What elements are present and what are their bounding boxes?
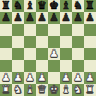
square-g4[interactable]	[72, 48, 84, 60]
square-h5[interactable]	[84, 36, 96, 48]
square-d8[interactable]: ♛	[36, 0, 48, 12]
square-a8[interactable]: ♜	[0, 0, 12, 12]
piece-white-pawn[interactable]: ♟	[13, 72, 23, 84]
piece-white-bishop[interactable]: ♝	[25, 84, 35, 96]
square-c3[interactable]	[24, 60, 36, 72]
piece-black-rook[interactable]: ♜	[1, 0, 11, 12]
square-d1[interactable]: ♛	[36, 84, 48, 96]
square-c4[interactable]	[24, 48, 36, 60]
piece-black-pawn[interactable]: ♟	[25, 12, 35, 24]
square-d3[interactable]	[36, 60, 48, 72]
square-f3[interactable]	[60, 60, 72, 72]
square-e2[interactable]	[48, 72, 60, 84]
square-c1[interactable]: ♝	[24, 84, 36, 96]
square-g8[interactable]: ♞	[72, 0, 84, 12]
piece-white-king[interactable]: ♚	[49, 84, 59, 96]
square-f6[interactable]	[60, 24, 72, 36]
piece-black-pawn[interactable]: ♟	[1, 12, 11, 24]
square-a6[interactable]	[0, 24, 12, 36]
square-g3[interactable]	[72, 60, 84, 72]
piece-white-pawn[interactable]: ♟	[37, 72, 47, 84]
square-c8[interactable]: ♝	[24, 0, 36, 12]
square-h2[interactable]: ♟	[84, 72, 96, 84]
square-g5[interactable]	[72, 36, 84, 48]
square-a4[interactable]	[0, 48, 12, 60]
square-f8[interactable]: ♝	[60, 0, 72, 12]
piece-white-pawn[interactable]: ♟	[73, 72, 83, 84]
piece-white-pawn[interactable]: ♟	[1, 72, 11, 84]
piece-black-pawn[interactable]: ♟	[13, 12, 23, 24]
piece-white-pawn[interactable]: ♟	[49, 48, 59, 60]
square-a1[interactable]: ♜	[0, 84, 12, 96]
square-b5[interactable]	[12, 36, 24, 48]
piece-black-pawn[interactable]: ♟	[85, 12, 95, 24]
square-d6[interactable]	[36, 24, 48, 36]
square-d5[interactable]	[36, 36, 48, 48]
square-g2[interactable]: ♟	[72, 72, 84, 84]
square-a2[interactable]: ♟	[0, 72, 12, 84]
square-f2[interactable]: ♟	[60, 72, 72, 84]
square-a7[interactable]: ♟	[0, 12, 12, 24]
piece-black-knight[interactable]: ♞	[73, 0, 83, 12]
piece-black-king[interactable]: ♚	[49, 0, 59, 12]
square-c2[interactable]: ♟	[24, 72, 36, 84]
piece-white-pawn[interactable]: ♟	[25, 72, 35, 84]
square-g6[interactable]	[72, 24, 84, 36]
square-b8[interactable]: ♞	[12, 0, 24, 12]
square-b6[interactable]	[12, 24, 24, 36]
piece-black-pawn[interactable]: ♟	[49, 12, 59, 24]
piece-black-rook[interactable]: ♜	[85, 0, 95, 12]
square-e5[interactable]	[48, 36, 60, 48]
chess-board: ♜♞♝♛♚♝♞♜♟♟♟♟♟♟♟♟♟♟♟♟♟♟♟♟♜♞♝♛♚♝♞♜	[0, 0, 96, 96]
piece-white-rook[interactable]: ♜	[1, 84, 11, 96]
square-b2[interactable]: ♟	[12, 72, 24, 84]
square-h8[interactable]: ♜	[84, 0, 96, 12]
square-b4[interactable]	[12, 48, 24, 60]
piece-black-queen[interactable]: ♛	[37, 0, 47, 12]
piece-black-bishop[interactable]: ♝	[25, 0, 35, 12]
piece-white-pawn[interactable]: ♟	[61, 72, 71, 84]
square-d4[interactable]	[36, 48, 48, 60]
square-h1[interactable]: ♜	[84, 84, 96, 96]
piece-black-pawn[interactable]: ♟	[61, 12, 71, 24]
piece-white-bishop[interactable]: ♝	[61, 84, 71, 96]
square-d7[interactable]: ♟	[36, 12, 48, 24]
square-b3[interactable]	[12, 60, 24, 72]
square-b7[interactable]: ♟	[12, 12, 24, 24]
square-f5[interactable]	[60, 36, 72, 48]
piece-white-knight[interactable]: ♞	[13, 84, 23, 96]
square-e7[interactable]: ♟	[48, 12, 60, 24]
square-c7[interactable]: ♟	[24, 12, 36, 24]
square-e1[interactable]: ♚	[48, 84, 60, 96]
square-f7[interactable]: ♟	[60, 12, 72, 24]
piece-white-knight[interactable]: ♞	[73, 84, 83, 96]
square-e6[interactable]	[48, 24, 60, 36]
square-c6[interactable]	[24, 24, 36, 36]
piece-black-knight[interactable]: ♞	[13, 0, 23, 12]
piece-black-bishop[interactable]: ♝	[61, 0, 71, 12]
square-h4[interactable]	[84, 48, 96, 60]
square-b1[interactable]: ♞	[12, 84, 24, 96]
piece-white-rook[interactable]: ♜	[85, 84, 95, 96]
square-h7[interactable]: ♟	[84, 12, 96, 24]
square-h3[interactable]	[84, 60, 96, 72]
square-e3[interactable]	[48, 60, 60, 72]
piece-black-pawn[interactable]: ♟	[37, 12, 47, 24]
piece-black-pawn[interactable]: ♟	[73, 12, 83, 24]
piece-white-queen[interactable]: ♛	[37, 84, 47, 96]
square-d2[interactable]: ♟	[36, 72, 48, 84]
piece-white-pawn[interactable]: ♟	[85, 72, 95, 84]
square-c5[interactable]	[24, 36, 36, 48]
square-a5[interactable]	[0, 36, 12, 48]
square-g1[interactable]: ♞	[72, 84, 84, 96]
square-f4[interactable]	[60, 48, 72, 60]
square-e8[interactable]: ♚	[48, 0, 60, 12]
square-g7[interactable]: ♟	[72, 12, 84, 24]
square-f1[interactable]: ♝	[60, 84, 72, 96]
square-h6[interactable]	[84, 24, 96, 36]
square-e4[interactable]: ♟	[48, 48, 60, 60]
square-a3[interactable]	[0, 60, 12, 72]
